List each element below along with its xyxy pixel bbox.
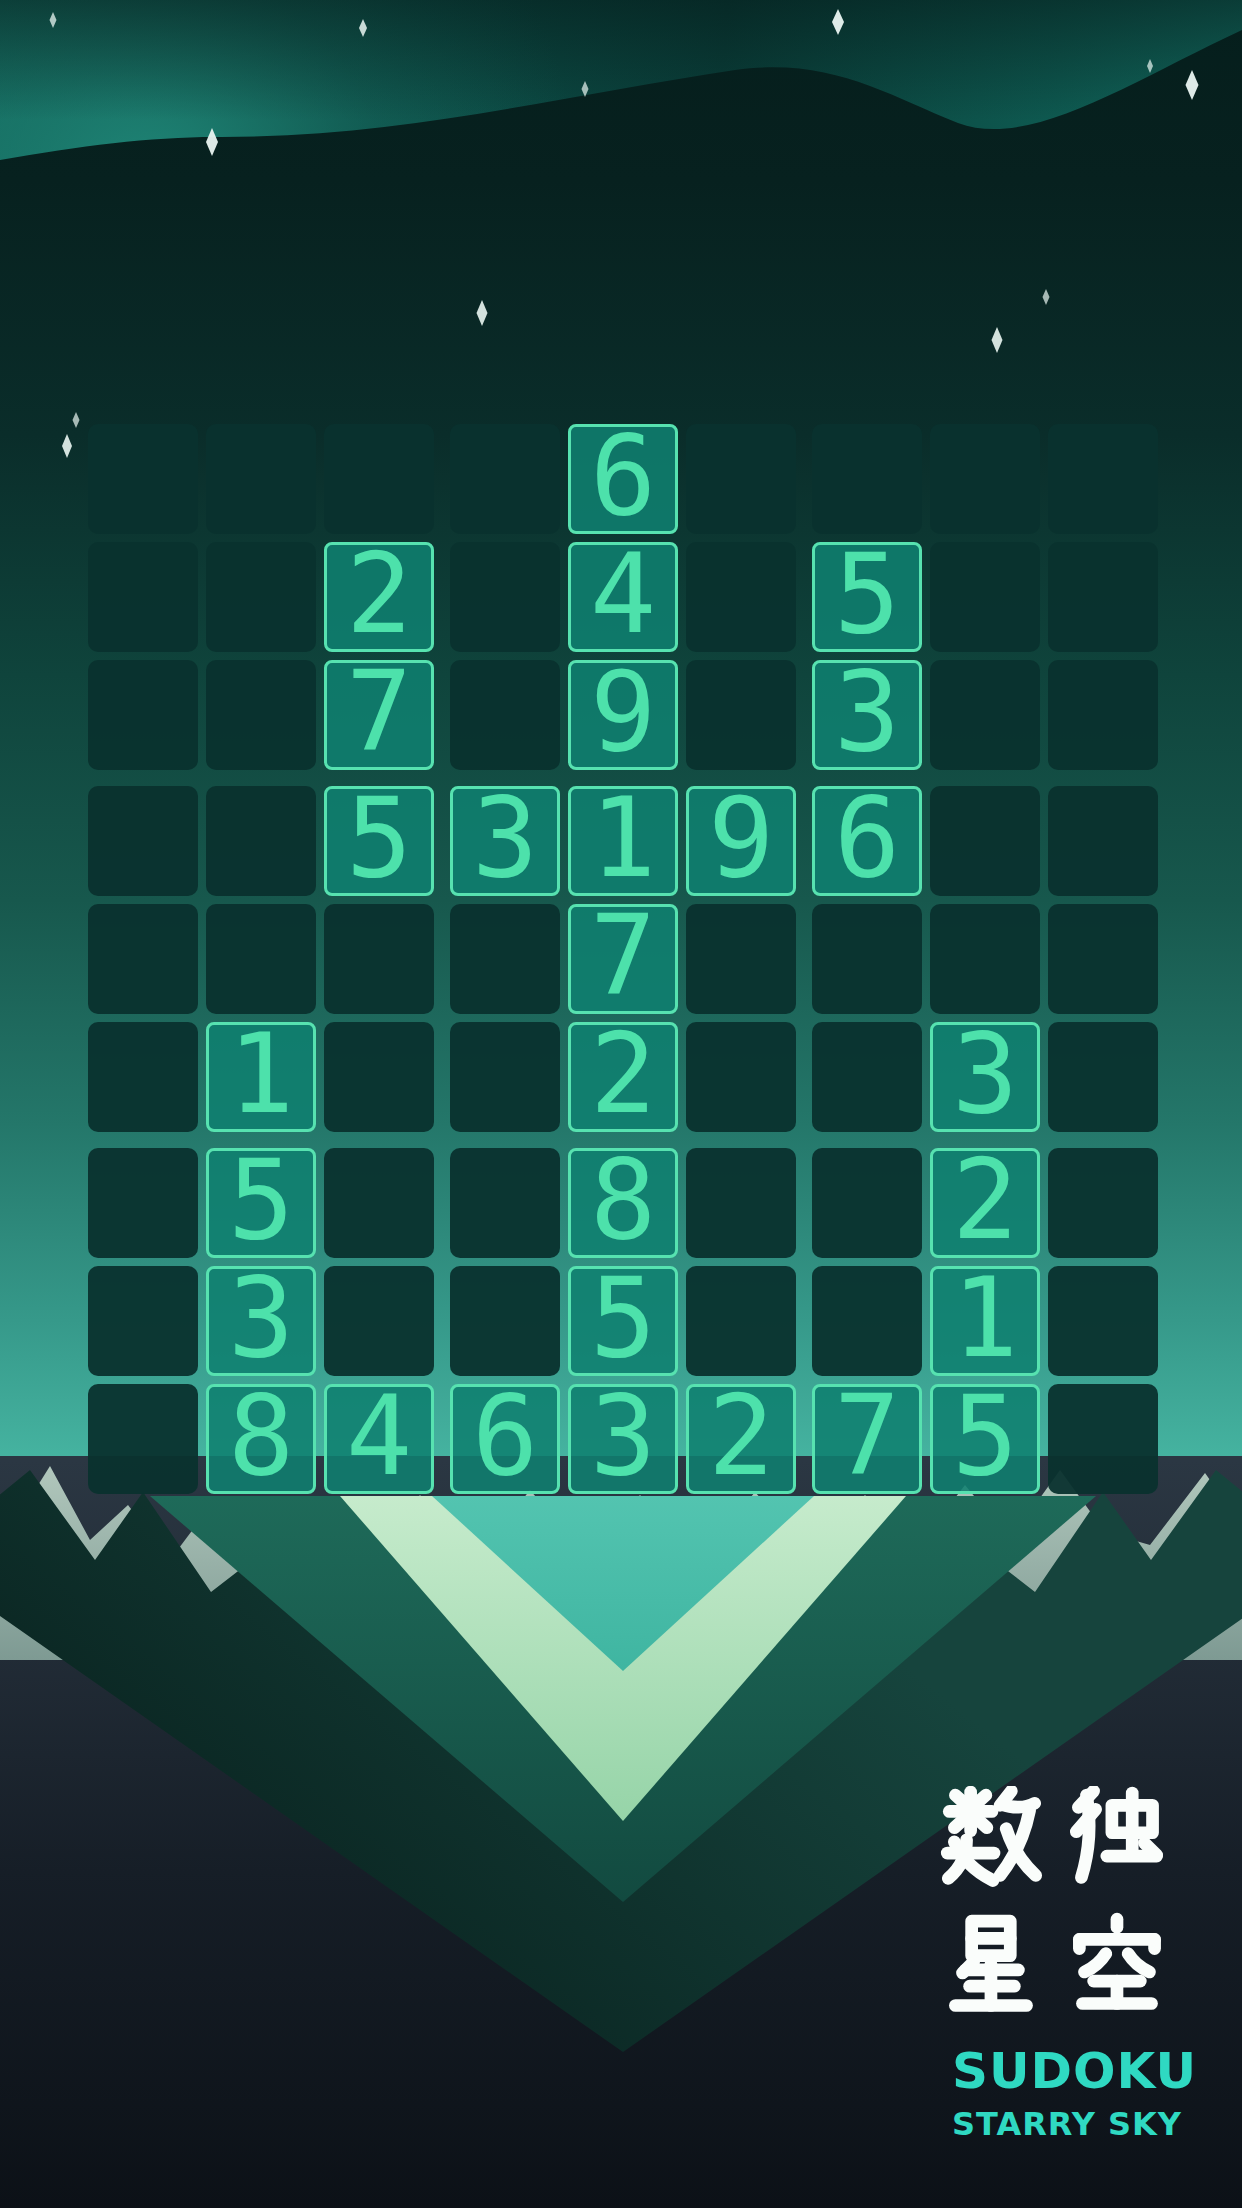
- cell-r1c3[interactable]: [324, 424, 434, 534]
- cell-r3c4[interactable]: [450, 660, 560, 770]
- cell-r3c1[interactable]: [88, 660, 198, 770]
- cell-value: 5: [590, 1263, 656, 1373]
- cell-r6c4[interactable]: [450, 1022, 560, 1132]
- cell-r7c6[interactable]: [686, 1148, 796, 1258]
- cell-r1c6[interactable]: [686, 424, 796, 534]
- cell-r7c3[interactable]: [324, 1148, 434, 1258]
- cell-value: 3: [472, 783, 538, 893]
- cell-r3c6[interactable]: [686, 660, 796, 770]
- app-logo: 数独星空: [938, 1786, 1188, 2140]
- cell-r2c1[interactable]: [88, 542, 198, 652]
- cell-r4c5[interactable]: 1: [568, 786, 678, 896]
- cell-r2c6[interactable]: [686, 542, 796, 652]
- cell-r1c7[interactable]: [812, 424, 922, 534]
- cell-r4c9[interactable]: [1048, 786, 1158, 896]
- cell-r8c1[interactable]: [88, 1266, 198, 1376]
- cell-value: 9: [708, 783, 774, 893]
- cell-r8c3[interactable]: [324, 1266, 434, 1376]
- cell-r9c7[interactable]: 7: [812, 1384, 922, 1494]
- cell-r4c1[interactable]: [88, 786, 198, 896]
- cell-r5c5[interactable]: 7: [568, 904, 678, 1014]
- cell-value: 2: [346, 539, 412, 649]
- cell-value: 2: [590, 1019, 656, 1129]
- cell-value: 3: [228, 1263, 294, 1373]
- cell-r5c4[interactable]: [450, 904, 560, 1014]
- cell-r4c4[interactable]: 3: [450, 786, 560, 896]
- cell-r5c1[interactable]: [88, 904, 198, 1014]
- cell-r2c4[interactable]: [450, 542, 560, 652]
- cell-r4c7[interactable]: 6: [812, 786, 922, 896]
- cell-value: 6: [834, 783, 900, 893]
- cell-r7c2[interactable]: 5: [206, 1148, 316, 1258]
- cell-r5c6[interactable]: [686, 904, 796, 1014]
- cell-r1c9[interactable]: [1048, 424, 1158, 534]
- cjk-logo-art: [938, 1786, 1174, 2036]
- cell-value: 8: [590, 1145, 656, 1255]
- cell-value: 3: [590, 1381, 656, 1491]
- cell-r5c7[interactable]: [812, 904, 922, 1014]
- cell-value: 2: [708, 1381, 774, 1491]
- cell-r9c5[interactable]: 3: [568, 1384, 678, 1494]
- cell-r6c6[interactable]: [686, 1022, 796, 1132]
- cell-value: 1: [228, 1019, 294, 1129]
- app-title-en: SUDOKU: [952, 2046, 1188, 2096]
- cell-r9c6[interactable]: 2: [686, 1384, 796, 1494]
- cell-r8c4[interactable]: [450, 1266, 560, 1376]
- cell-r3c5[interactable]: 9: [568, 660, 678, 770]
- cell-r6c5[interactable]: 2: [568, 1022, 678, 1132]
- cell-value: 7: [590, 901, 656, 1011]
- cell-value: 5: [952, 1381, 1018, 1491]
- cell-r9c2[interactable]: 8: [206, 1384, 316, 1494]
- cell-value: 9: [590, 657, 656, 767]
- cell-r1c5[interactable]: 6: [568, 424, 678, 534]
- cell-r5c9[interactable]: [1048, 904, 1158, 1014]
- cell-r5c2[interactable]: [206, 904, 316, 1014]
- glyph-shu: [947, 1791, 1035, 1880]
- cell-r5c8[interactable]: [930, 904, 1040, 1014]
- cell-r8c2[interactable]: 3: [206, 1266, 316, 1376]
- cell-r3c3[interactable]: 7: [324, 660, 434, 770]
- cell-value: 4: [590, 539, 656, 649]
- cell-r7c7[interactable]: [812, 1148, 922, 1258]
- cell-r3c8[interactable]: [930, 660, 1040, 770]
- cell-r4c6[interactable]: 9: [686, 786, 796, 896]
- glyph-xing: [955, 1921, 1026, 2005]
- cell-value: 2: [952, 1145, 1018, 1255]
- app-tagline: STARRY SKY: [952, 2108, 1188, 2140]
- cell-r7c9[interactable]: [1048, 1148, 1158, 1258]
- cell-value: 4: [346, 1381, 412, 1491]
- cell-r1c2[interactable]: [206, 424, 316, 534]
- cell-r3c2[interactable]: [206, 660, 316, 770]
- cell-value: 1: [952, 1263, 1018, 1373]
- cell-r8c9[interactable]: [1048, 1266, 1158, 1376]
- cell-r4c8[interactable]: [930, 786, 1040, 896]
- cell-value: 5: [346, 783, 412, 893]
- cell-r7c1[interactable]: [88, 1148, 198, 1258]
- cell-r5c3[interactable]: [324, 904, 434, 1014]
- cell-r6c7[interactable]: [812, 1022, 922, 1132]
- cell-r2c3[interactable]: 2: [324, 542, 434, 652]
- cell-r7c4[interactable]: [450, 1148, 560, 1258]
- cell-value: 7: [834, 1381, 900, 1491]
- sudoku-starry-sky-screen: 62457935319671235823518463275 数独星空: [0, 0, 1242, 2208]
- cell-value: 3: [952, 1019, 1018, 1129]
- cell-r9c8[interactable]: 5: [930, 1384, 1040, 1494]
- cell-value: 6: [472, 1381, 538, 1491]
- cell-r2c9[interactable]: [1048, 542, 1158, 652]
- cell-r7c8[interactable]: 2: [930, 1148, 1040, 1258]
- cell-r8c6[interactable]: [686, 1266, 796, 1376]
- cell-r6c2[interactable]: 1: [206, 1022, 316, 1132]
- cell-r8c7[interactable]: [812, 1266, 922, 1376]
- glyph-du: [1076, 1791, 1156, 1877]
- cell-r3c7[interactable]: 3: [812, 660, 922, 770]
- cell-value: 7: [346, 657, 412, 767]
- cell-r9c4[interactable]: 6: [450, 1384, 560, 1494]
- cell-r4c2[interactable]: [206, 786, 316, 896]
- cell-r2c2[interactable]: [206, 542, 316, 652]
- cell-r9c3[interactable]: 4: [324, 1384, 434, 1494]
- cell-value: 1: [590, 783, 656, 893]
- cell-r6c3[interactable]: [324, 1022, 434, 1132]
- cell-r6c9[interactable]: [1048, 1022, 1158, 1132]
- cell-value: 5: [834, 539, 900, 649]
- cell-value: 5: [228, 1145, 294, 1255]
- cell-r2c5[interactable]: 4: [568, 542, 678, 652]
- cell-r4c3[interactable]: 5: [324, 786, 434, 896]
- cell-r7c5[interactable]: 8: [568, 1148, 678, 1258]
- cell-value: 3: [834, 657, 900, 767]
- cell-r2c8[interactable]: [930, 542, 1040, 652]
- cell-r9c9[interactable]: [1048, 1384, 1158, 1494]
- cell-r3c9[interactable]: [1048, 660, 1158, 770]
- cell-r1c8[interactable]: [930, 424, 1040, 534]
- cell-r1c4[interactable]: [450, 424, 560, 534]
- cell-r2c7[interactable]: 5: [812, 542, 922, 652]
- sudoku-board: 62457935319671235823518463275: [88, 424, 1158, 1494]
- cell-value: 6: [590, 421, 656, 531]
- cell-r8c5[interactable]: 5: [568, 1266, 678, 1376]
- cell-value: 8: [228, 1381, 294, 1491]
- cell-r8c8[interactable]: 1: [930, 1266, 1040, 1376]
- cell-r6c8[interactable]: 3: [930, 1022, 1040, 1132]
- cell-r6c1[interactable]: [88, 1022, 198, 1132]
- glyph-kong: [1079, 1919, 1154, 2003]
- cell-r1c1[interactable]: [88, 424, 198, 534]
- cell-r9c1[interactable]: [88, 1384, 198, 1494]
